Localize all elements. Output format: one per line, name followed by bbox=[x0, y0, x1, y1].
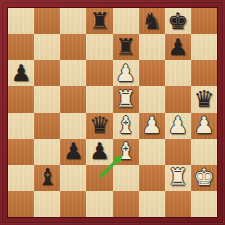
square-e8[interactable] bbox=[113, 8, 139, 34]
square-e1[interactable] bbox=[113, 191, 139, 217]
square-g2[interactable]: ♜ bbox=[165, 165, 191, 191]
square-h7[interactable] bbox=[191, 34, 217, 60]
black-bishop-b2[interactable]: ♝ bbox=[37, 166, 58, 189]
square-h3[interactable] bbox=[191, 139, 217, 165]
square-b4[interactable] bbox=[34, 113, 60, 139]
square-a4[interactable] bbox=[8, 113, 34, 139]
square-a5[interactable] bbox=[8, 86, 34, 112]
black-pawn-c3[interactable]: ♟ bbox=[63, 140, 84, 163]
square-a8[interactable] bbox=[8, 8, 34, 34]
square-d4[interactable]: ♛ bbox=[86, 113, 112, 139]
white-pawn-h4[interactable]: ♟ bbox=[194, 114, 215, 137]
square-c8[interactable] bbox=[60, 8, 86, 34]
square-d1[interactable] bbox=[86, 191, 112, 217]
square-b2[interactable]: ♝ bbox=[34, 165, 60, 191]
white-pawn-e6[interactable]: ♟ bbox=[115, 62, 136, 85]
square-f4[interactable]: ♟ bbox=[139, 113, 165, 139]
square-c7[interactable] bbox=[60, 34, 86, 60]
square-h5[interactable]: ♛ bbox=[191, 86, 217, 112]
square-b3[interactable] bbox=[34, 139, 60, 165]
square-a7[interactable] bbox=[8, 34, 34, 60]
square-d3[interactable]: ♟ bbox=[86, 139, 112, 165]
square-a2[interactable] bbox=[8, 165, 34, 191]
square-d2[interactable] bbox=[86, 165, 112, 191]
chess-board: ♜♞♚♜♟♟♟♜♛♛♝♟♟♟♟♟♝♝♜♚ bbox=[8, 8, 217, 217]
square-f5[interactable] bbox=[139, 86, 165, 112]
square-h6[interactable] bbox=[191, 60, 217, 86]
square-c6[interactable] bbox=[60, 60, 86, 86]
square-e6[interactable]: ♟ bbox=[113, 60, 139, 86]
square-b5[interactable] bbox=[34, 86, 60, 112]
black-rook-d8[interactable]: ♜ bbox=[89, 10, 110, 33]
square-h4[interactable]: ♟ bbox=[191, 113, 217, 139]
square-c4[interactable] bbox=[60, 113, 86, 139]
square-a3[interactable] bbox=[8, 139, 34, 165]
square-g6[interactable] bbox=[165, 60, 191, 86]
square-g3[interactable] bbox=[165, 139, 191, 165]
square-h8[interactable] bbox=[191, 8, 217, 34]
black-king-g8[interactable]: ♚ bbox=[168, 10, 189, 33]
square-d8[interactable]: ♜ bbox=[86, 8, 112, 34]
square-d6[interactable] bbox=[86, 60, 112, 86]
square-c1[interactable] bbox=[60, 191, 86, 217]
square-f3[interactable] bbox=[139, 139, 165, 165]
square-c3[interactable]: ♟ bbox=[60, 139, 86, 165]
black-queen-d4[interactable]: ♛ bbox=[89, 114, 110, 137]
white-pawn-f4[interactable]: ♟ bbox=[141, 114, 162, 137]
white-bishop-e3[interactable]: ♝ bbox=[115, 140, 136, 163]
black-pawn-d3[interactable]: ♟ bbox=[89, 140, 110, 163]
black-rook-e7[interactable]: ♜ bbox=[115, 36, 136, 59]
square-g1[interactable] bbox=[165, 191, 191, 217]
square-e3[interactable]: ♝ bbox=[113, 139, 139, 165]
square-g8[interactable]: ♚ bbox=[165, 8, 191, 34]
square-b7[interactable] bbox=[34, 34, 60, 60]
square-f7[interactable] bbox=[139, 34, 165, 60]
square-d7[interactable] bbox=[86, 34, 112, 60]
white-bishop-e4[interactable]: ♝ bbox=[115, 114, 136, 137]
black-pawn-g7[interactable]: ♟ bbox=[168, 36, 189, 59]
square-e5[interactable]: ♜ bbox=[113, 86, 139, 112]
square-d5[interactable] bbox=[86, 86, 112, 112]
square-e2[interactable] bbox=[113, 165, 139, 191]
square-h1[interactable] bbox=[191, 191, 217, 217]
square-f2[interactable] bbox=[139, 165, 165, 191]
square-a1[interactable] bbox=[8, 191, 34, 217]
square-b1[interactable] bbox=[34, 191, 60, 217]
square-f8[interactable]: ♞ bbox=[139, 8, 165, 34]
square-e7[interactable]: ♜ bbox=[113, 34, 139, 60]
chess-board-frame: ♜♞♚♜♟♟♟♜♛♛♝♟♟♟♟♟♝♝♜♚ bbox=[0, 0, 225, 225]
square-g7[interactable]: ♟ bbox=[165, 34, 191, 60]
black-queen-h5[interactable]: ♛ bbox=[194, 88, 215, 111]
square-c5[interactable] bbox=[60, 86, 86, 112]
square-f6[interactable] bbox=[139, 60, 165, 86]
square-g4[interactable]: ♟ bbox=[165, 113, 191, 139]
black-pawn-a6[interactable]: ♟ bbox=[11, 62, 32, 85]
white-pawn-g4[interactable]: ♟ bbox=[168, 114, 189, 137]
white-rook-g2[interactable]: ♜ bbox=[168, 166, 189, 189]
square-c2[interactable] bbox=[60, 165, 86, 191]
square-b8[interactable] bbox=[34, 8, 60, 34]
white-king-h2[interactable]: ♚ bbox=[194, 166, 215, 189]
square-f1[interactable] bbox=[139, 191, 165, 217]
black-knight-f8[interactable]: ♞ bbox=[141, 10, 162, 33]
square-g5[interactable] bbox=[165, 86, 191, 112]
square-a6[interactable]: ♟ bbox=[8, 60, 34, 86]
square-e4[interactable]: ♝ bbox=[113, 113, 139, 139]
square-b6[interactable] bbox=[34, 60, 60, 86]
white-rook-e5[interactable]: ♜ bbox=[115, 88, 136, 111]
square-h2[interactable]: ♚ bbox=[191, 165, 217, 191]
